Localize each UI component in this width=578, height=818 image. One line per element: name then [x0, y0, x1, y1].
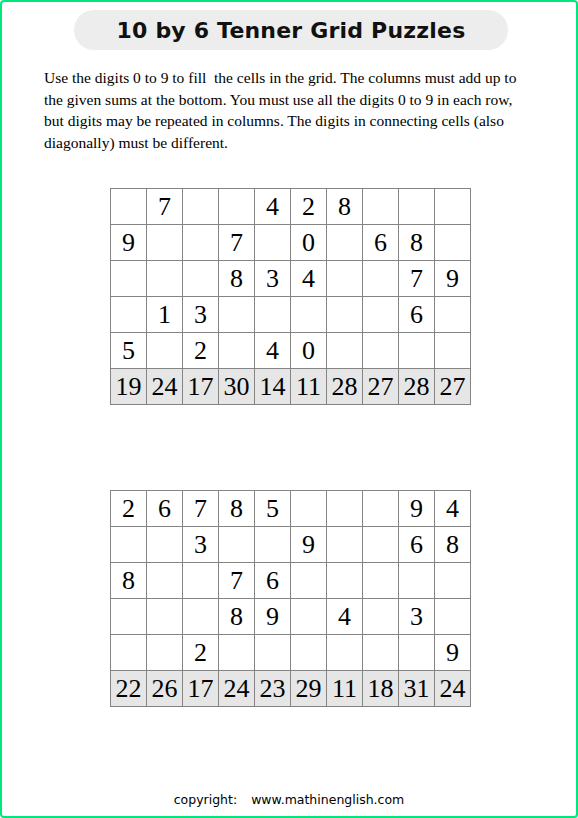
given-cell-p1-r1c3: 7 [219, 225, 255, 261]
column-sum-p1-c6: 28 [327, 369, 363, 405]
empty-cell-p2-r0c5[interactable] [291, 491, 327, 527]
empty-cell-p2-r4c6[interactable] [327, 635, 363, 671]
tenner-grid-2: 2678594396887689432922261724232911183124 [110, 490, 471, 707]
given-cell-p1-r1c5: 0 [291, 225, 327, 261]
column-sum-p1-c2: 17 [183, 369, 219, 405]
empty-cell-p1-r3c5[interactable] [291, 297, 327, 333]
empty-cell-p2-r1c0[interactable] [111, 527, 147, 563]
worksheet-page: 10 by 6 Tenner Grid Puzzles Use the digi… [0, 0, 578, 818]
empty-cell-p1-r0c8[interactable] [399, 189, 435, 225]
tenner-grid-1: 7428970688347913652401924173014112827282… [110, 188, 471, 405]
given-cell-p2-r1c2: 3 [183, 527, 219, 563]
column-sum-p2-c1: 26 [147, 671, 183, 707]
empty-cell-p1-r2c1[interactable] [147, 261, 183, 297]
given-cell-p2-r0c4: 5 [255, 491, 291, 527]
empty-cell-p1-r2c2[interactable] [183, 261, 219, 297]
empty-cell-p2-r1c4[interactable] [255, 527, 291, 563]
empty-cell-p2-r0c7[interactable] [363, 491, 399, 527]
empty-cell-p2-r4c8[interactable] [399, 635, 435, 671]
column-sum-p2-c7: 18 [363, 671, 399, 707]
empty-cell-p1-r1c1[interactable] [147, 225, 183, 261]
empty-cell-p1-r2c6[interactable] [327, 261, 363, 297]
column-sum-p2-c9: 24 [435, 671, 471, 707]
empty-cell-p1-r3c0[interactable] [111, 297, 147, 333]
empty-cell-p1-r0c2[interactable] [183, 189, 219, 225]
empty-cell-p1-r0c0[interactable] [111, 189, 147, 225]
column-sum-p2-c4: 23 [255, 671, 291, 707]
column-sum-p1-c7: 27 [363, 369, 399, 405]
given-cell-p2-r3c8: 3 [399, 599, 435, 635]
empty-cell-p1-r0c3[interactable] [219, 189, 255, 225]
title-banner: 10 by 6 Tenner Grid Puzzles [74, 10, 508, 50]
given-cell-p1-r2c8: 7 [399, 261, 435, 297]
empty-cell-p1-r3c9[interactable] [435, 297, 471, 333]
empty-cell-p1-r3c6[interactable] [327, 297, 363, 333]
empty-cell-p1-r3c7[interactable] [363, 297, 399, 333]
given-cell-p1-r2c3: 8 [219, 261, 255, 297]
page-title: 10 by 6 Tenner Grid Puzzles [117, 18, 466, 43]
empty-cell-p2-r4c1[interactable] [147, 635, 183, 671]
column-sum-p1-c1: 24 [147, 369, 183, 405]
given-cell-p2-r3c4: 9 [255, 599, 291, 635]
empty-cell-p2-r4c4[interactable] [255, 635, 291, 671]
empty-cell-p1-r1c9[interactable] [435, 225, 471, 261]
given-cell-p2-r2c3: 7 [219, 563, 255, 599]
empty-cell-p2-r0c6[interactable] [327, 491, 363, 527]
given-cell-p1-r4c5: 0 [291, 333, 327, 369]
empty-cell-p1-r4c1[interactable] [147, 333, 183, 369]
instructions-line: diagonally) must be different. [44, 132, 549, 154]
empty-cell-p2-r3c5[interactable] [291, 599, 327, 635]
empty-cell-p1-r4c6[interactable] [327, 333, 363, 369]
given-cell-p2-r4c2: 2 [183, 635, 219, 671]
empty-cell-p2-r2c9[interactable] [435, 563, 471, 599]
given-cell-p2-r0c3: 8 [219, 491, 255, 527]
empty-cell-p2-r3c7[interactable] [363, 599, 399, 635]
given-cell-p2-r3c6: 4 [327, 599, 363, 635]
instructions: Use the digits 0 to 9 to fill the cells … [44, 67, 549, 153]
given-cell-p1-r4c0: 5 [111, 333, 147, 369]
given-cell-p2-r0c2: 7 [183, 491, 219, 527]
empty-cell-p2-r2c5[interactable] [291, 563, 327, 599]
column-sum-p2-c0: 22 [111, 671, 147, 707]
empty-cell-p2-r1c1[interactable] [147, 527, 183, 563]
empty-cell-p1-r4c9[interactable] [435, 333, 471, 369]
website-link[interactable]: www.mathinenglish.com [251, 792, 404, 807]
given-cell-p1-r1c0: 9 [111, 225, 147, 261]
empty-cell-p1-r3c4[interactable] [255, 297, 291, 333]
instructions-line: the given sums at the bottom. You must u… [44, 89, 549, 111]
given-cell-p1-r2c4: 3 [255, 261, 291, 297]
column-sum-p1-c9: 27 [435, 369, 471, 405]
column-sum-p1-c5: 11 [291, 369, 327, 405]
empty-cell-p1-r1c4[interactable] [255, 225, 291, 261]
given-cell-p2-r1c9: 8 [435, 527, 471, 563]
empty-cell-p1-r1c2[interactable] [183, 225, 219, 261]
footer: copyright: www.mathinenglish.com [2, 792, 576, 807]
column-sum-p1-c4: 14 [255, 369, 291, 405]
empty-cell-p1-r3c3[interactable] [219, 297, 255, 333]
empty-cell-p2-r4c0[interactable] [111, 635, 147, 671]
given-cell-p1-r0c5: 2 [291, 189, 327, 225]
empty-cell-p2-r2c2[interactable] [183, 563, 219, 599]
given-cell-p1-r4c4: 4 [255, 333, 291, 369]
given-cell-p2-r1c5: 9 [291, 527, 327, 563]
given-cell-p2-r2c0: 8 [111, 563, 147, 599]
given-cell-p2-r0c9: 4 [435, 491, 471, 527]
empty-cell-p2-r4c3[interactable] [219, 635, 255, 671]
empty-cell-p2-r2c8[interactable] [399, 563, 435, 599]
given-cell-p1-r0c6: 8 [327, 189, 363, 225]
empty-cell-p1-r1c6[interactable] [327, 225, 363, 261]
given-cell-p1-r3c2: 3 [183, 297, 219, 333]
given-cell-p2-r0c0: 2 [111, 491, 147, 527]
column-sum-p1-c8: 28 [399, 369, 435, 405]
given-cell-p1-r1c7: 6 [363, 225, 399, 261]
column-sum-p1-c3: 30 [219, 369, 255, 405]
empty-cell-p2-r2c7[interactable] [363, 563, 399, 599]
copyright-label: copyright: [174, 792, 237, 807]
column-sum-p2-c6: 11 [327, 671, 363, 707]
empty-cell-p2-r3c0[interactable] [111, 599, 147, 635]
given-cell-p1-r2c9: 9 [435, 261, 471, 297]
empty-cell-p2-r2c6[interactable] [327, 563, 363, 599]
empty-cell-p2-r1c7[interactable] [363, 527, 399, 563]
given-cell-p1-r0c4: 4 [255, 189, 291, 225]
empty-cell-p2-r4c7[interactable] [363, 635, 399, 671]
empty-cell-p2-r4c5[interactable] [291, 635, 327, 671]
empty-cell-p2-r2c1[interactable] [147, 563, 183, 599]
column-sum-p2-c8: 31 [399, 671, 435, 707]
empty-cell-p1-r0c7[interactable] [363, 189, 399, 225]
given-cell-p2-r4c9: 9 [435, 635, 471, 671]
given-cell-p1-r4c2: 2 [183, 333, 219, 369]
empty-cell-p2-r3c9[interactable] [435, 599, 471, 635]
empty-cell-p2-r3c2[interactable] [183, 599, 219, 635]
empty-cell-p2-r1c6[interactable] [327, 527, 363, 563]
given-cell-p2-r1c8: 6 [399, 527, 435, 563]
empty-cell-p1-r0c9[interactable] [435, 189, 471, 225]
given-cell-p2-r0c1: 6 [147, 491, 183, 527]
empty-cell-p1-r4c7[interactable] [363, 333, 399, 369]
column-sum-p2-c2: 17 [183, 671, 219, 707]
given-cell-p1-r0c1: 7 [147, 189, 183, 225]
empty-cell-p2-r3c1[interactable] [147, 599, 183, 635]
given-cell-p1-r1c8: 8 [399, 225, 435, 261]
column-sum-p2-c5: 29 [291, 671, 327, 707]
column-sum-p1-c0: 19 [111, 369, 147, 405]
given-cell-p2-r3c3: 8 [219, 599, 255, 635]
given-cell-p1-r2c5: 4 [291, 261, 327, 297]
empty-cell-p1-r2c0[interactable] [111, 261, 147, 297]
instructions-line: but digits may be repeated in columns. T… [44, 110, 549, 132]
empty-cell-p2-r1c3[interactable] [219, 527, 255, 563]
given-cell-p2-r2c4: 6 [255, 563, 291, 599]
empty-cell-p1-r4c8[interactable] [399, 333, 435, 369]
column-sum-p2-c3: 24 [219, 671, 255, 707]
empty-cell-p1-r2c7[interactable] [363, 261, 399, 297]
given-cell-p1-r3c8: 6 [399, 297, 435, 333]
given-cell-p1-r3c1: 1 [147, 297, 183, 333]
given-cell-p2-r0c8: 9 [399, 491, 435, 527]
instructions-line: Use the digits 0 to 9 to fill the cells … [44, 67, 549, 89]
empty-cell-p1-r4c3[interactable] [219, 333, 255, 369]
